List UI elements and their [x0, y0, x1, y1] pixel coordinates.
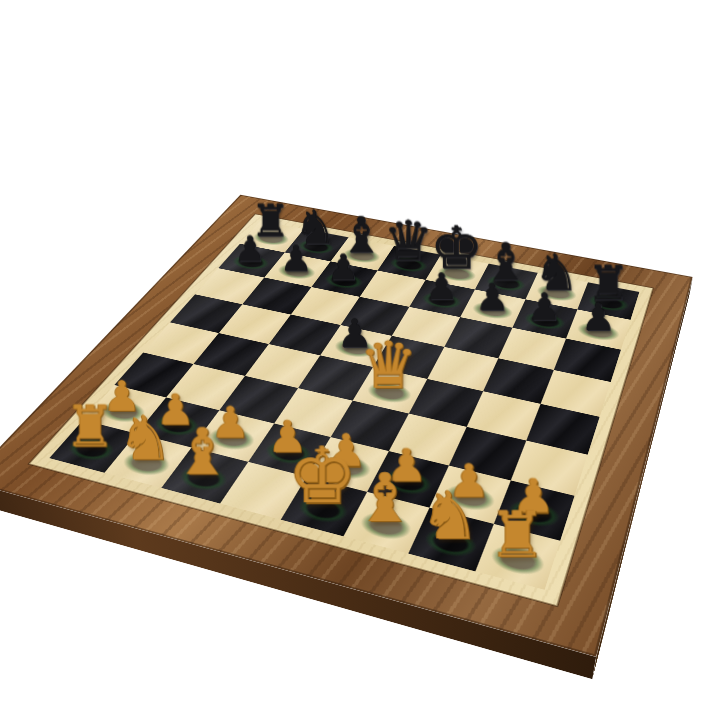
- black-pawn-icon: ♟: [234, 231, 265, 266]
- white-queen-icon: ♛: [359, 332, 417, 397]
- black-pawn-icon: ♟: [580, 298, 614, 336]
- studio-scene: ♜♞♝♛♚♝♞♜♟♟♟♟♟♟♟♟♛♟♟♟♟♟♟♟♟♜♞♝♚♝♞♜: [0, 0, 720, 720]
- black-pawn-icon: ♟: [280, 240, 312, 276]
- black-pawn-icon: ♟: [327, 249, 359, 285]
- white-bishop-icon: ♝: [354, 464, 415, 532]
- white-rook-icon: ♜: [488, 502, 545, 566]
- white-bishop-icon: ♝: [173, 419, 231, 484]
- white-knight-icon: ♞: [118, 407, 173, 468]
- black-queen-icon: ♛: [383, 213, 433, 268]
- black-pawn-icon: ♟: [424, 268, 457, 305]
- white-king-icon: ♚: [287, 438, 356, 515]
- black-pawn-icon: ♟: [527, 287, 561, 325]
- white-rook-icon: ♜: [64, 397, 115, 454]
- black-pawn-icon: ♟: [475, 277, 508, 314]
- white-knight-icon: ♞: [420, 482, 480, 548]
